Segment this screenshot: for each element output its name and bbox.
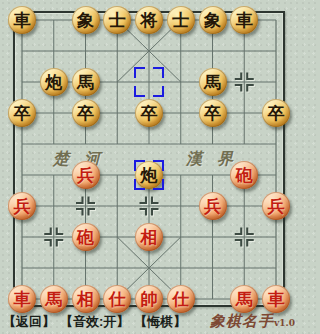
piece-black-general[interactable]: 将 <box>135 6 163 34</box>
piece-red-chariot[interactable]: 車 <box>262 285 290 313</box>
piece-black-elephant[interactable]: 象 <box>199 6 227 34</box>
app-version: v1.0 <box>274 318 295 328</box>
xiangqi-board[interactable]: 楚河 漢界 車象士将士象車炮馬馬卒卒卒卒卒兵炮砲兵兵兵砲相車馬相仕帥仕馬車 <box>22 20 276 299</box>
piece-black-advisor[interactable]: 士 <box>167 6 195 34</box>
piece-red-soldier[interactable]: 兵 <box>199 192 227 220</box>
piece-black-horse[interactable]: 馬 <box>72 68 100 96</box>
app-logo: 象棋名手v1.0 <box>210 311 295 331</box>
piece-red-general[interactable]: 帥 <box>135 285 163 313</box>
piece-black-soldier[interactable]: 卒 <box>72 99 100 127</box>
piece-red-advisor[interactable]: 仕 <box>103 285 131 313</box>
piece-red-horse[interactable]: 馬 <box>40 285 68 313</box>
toolbar: 【返回】 【音效:开】 【悔棋】 <box>3 312 186 332</box>
piece-black-chariot[interactable]: 車 <box>8 6 36 34</box>
undo-button[interactable]: 【悔棋】 <box>134 313 186 331</box>
piece-red-soldier[interactable]: 兵 <box>8 192 36 220</box>
piece-black-elephant[interactable]: 象 <box>72 6 100 34</box>
piece-black-horse[interactable]: 馬 <box>199 68 227 96</box>
piece-red-elephant[interactable]: 相 <box>135 223 163 251</box>
piece-black-chariot[interactable]: 車 <box>230 6 258 34</box>
sound-toggle-button[interactable]: 【音效:开】 <box>60 313 129 331</box>
piece-red-cannon[interactable]: 砲 <box>72 223 100 251</box>
back-button[interactable]: 【返回】 <box>3 313 55 331</box>
piece-black-soldier[interactable]: 卒 <box>8 99 36 127</box>
piece-red-horse[interactable]: 馬 <box>230 285 258 313</box>
piece-red-soldier[interactable]: 兵 <box>72 161 100 189</box>
piece-black-soldier[interactable]: 卒 <box>199 99 227 127</box>
piece-black-cannon[interactable]: 炮 <box>135 161 163 189</box>
piece-red-chariot[interactable]: 車 <box>8 285 36 313</box>
piece-black-cannon[interactable]: 炮 <box>40 68 68 96</box>
piece-black-soldier[interactable]: 卒 <box>135 99 163 127</box>
piece-red-cannon[interactable]: 砲 <box>230 161 258 189</box>
piece-red-advisor[interactable]: 仕 <box>167 285 195 313</box>
piece-black-advisor[interactable]: 士 <box>103 6 131 34</box>
piece-black-soldier[interactable]: 卒 <box>262 99 290 127</box>
app-logo-title: 象棋名手 <box>210 312 274 330</box>
piece-red-elephant[interactable]: 相 <box>72 285 100 313</box>
piece-red-soldier[interactable]: 兵 <box>262 192 290 220</box>
